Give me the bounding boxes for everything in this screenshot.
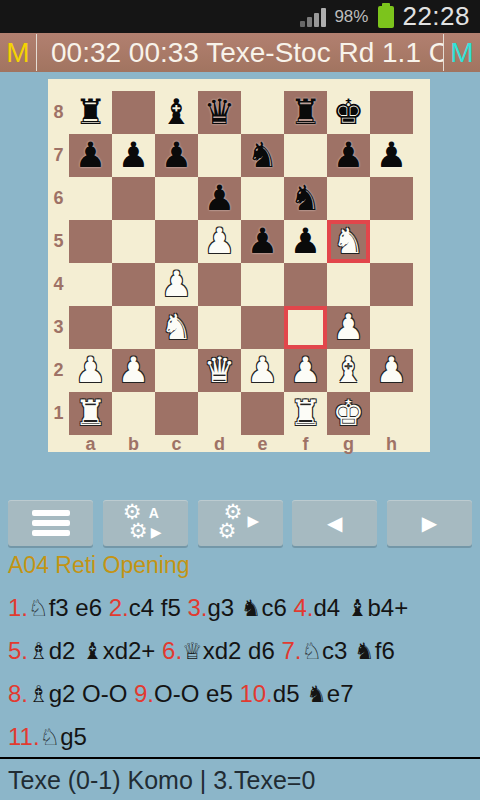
square-g5[interactable]: ♞ [327, 220, 370, 263]
square-b5[interactable] [112, 220, 155, 263]
piece-white-pawn: ♟ [333, 306, 364, 349]
piece-black-queen: ♛ [204, 91, 235, 134]
game-title-bar: 00:32 00:33 Texe-Stoc Rd 1.1 Cy [37, 37, 443, 69]
back-move-button[interactable]: ◀ [292, 500, 377, 546]
square-a2[interactable]: ♟ [69, 349, 112, 392]
square-d6[interactable]: ♟ [198, 177, 241, 220]
piece-white-pawn: ♟ [75, 349, 106, 392]
figurine-icon: ♝ [347, 595, 368, 621]
piece-black-knight: ♞ [290, 177, 321, 220]
menu-button[interactable] [8, 500, 93, 546]
square-d7[interactable] [198, 134, 241, 177]
forward-move-button[interactable]: ▶ [387, 500, 472, 546]
status-clock: 22:28 [402, 1, 470, 32]
square-d3[interactable] [198, 306, 241, 349]
board-grid: ♜♝♛♜♚♟♟♟♞♟♟♟♞♟♟♟♞♟♞♟♟♟♛♟♟♝♟♜♜♚ [69, 91, 413, 435]
rank-label-3: 3 [48, 306, 69, 349]
square-g1[interactable]: ♚ [327, 392, 370, 435]
piece-black-bishop: ♝ [161, 91, 192, 134]
square-b4[interactable] [112, 263, 155, 306]
piece-black-pawn: ♟ [376, 134, 407, 177]
piece-black-pawn: ♟ [75, 134, 106, 177]
square-e2[interactable]: ♟ [241, 349, 284, 392]
file-label-b: b [112, 435, 155, 453]
move[interactable]: ♘g5 [40, 723, 87, 750]
move-line: 5.♗d2 ♝xd2+ 6.♕xd2 d6 7.♘c3 ♞f6 [8, 629, 476, 672]
move-number: 6. [162, 637, 182, 664]
move[interactable]: ♝b4+ [347, 594, 408, 621]
piece-black-pawn: ♟ [247, 220, 278, 263]
play-icon: ▶ [151, 524, 162, 540]
square-a6[interactable] [69, 177, 112, 220]
move[interactable]: ♕xd2 [182, 637, 241, 664]
rank-label-1: 1 [48, 392, 69, 435]
move-line: 8.♗g2 O-O 9.O-O e5 10.d5 ♞e7 [8, 672, 476, 715]
square-f6[interactable]: ♞ [284, 177, 327, 220]
rank-label-5: 5 [48, 220, 69, 263]
signal-bars-icon [300, 7, 326, 27]
piece-black-pawn: ♟ [290, 220, 321, 263]
piece-white-knight: ♞ [161, 306, 192, 349]
figurine-icon: ♞ [306, 681, 327, 707]
square-b3[interactable] [112, 306, 155, 349]
rank-label-7: 7 [48, 134, 69, 177]
square-d1[interactable] [198, 392, 241, 435]
engine-status-line[interactable]: Texe (0-1) Komo | 3.Texe=0 [8, 762, 472, 798]
square-e5[interactable]: ♟ [241, 220, 284, 263]
file-label-f: f [284, 435, 327, 453]
piece-white-king: ♚ [333, 392, 364, 435]
figurine-icon: ♝ [82, 638, 103, 664]
battery-icon [378, 6, 394, 28]
status-bar: 98% 22:28 [0, 0, 480, 33]
file-labels: abcdefgh [69, 435, 430, 453]
menu-icon [32, 510, 70, 540]
piece-black-king: ♚ [333, 91, 364, 134]
gear-icon: ⚙ [129, 521, 148, 542]
square-g4[interactable] [327, 263, 370, 306]
move[interactable]: ♗d2 [28, 637, 75, 664]
move-number: 11. [8, 723, 40, 750]
move[interactable]: c4 [129, 594, 154, 621]
move[interactable]: O-O [82, 680, 127, 707]
chess-board: 87654321 ♜♝♛♜♚♟♟♟♞♟♟♟♞♟♟♟♞♟♞♟♟♟♛♟♟♝♟♜♜♚ … [48, 79, 430, 452]
move-line: 1.♘f3 e6 2.c4 f5 3.g3 ♞c6 4.d4 ♝b4+ [8, 586, 476, 629]
square-a5[interactable] [69, 220, 112, 263]
move[interactable]: f5 [161, 594, 181, 621]
square-c2[interactable] [155, 349, 198, 392]
move[interactable]: ♘f3 [28, 594, 69, 621]
piece-black-pawn: ♟ [333, 134, 364, 177]
move-number: 7. [281, 637, 301, 664]
piece-black-pawn: ♟ [204, 177, 235, 220]
toolbar: ⚙ A ⚙ ▶ ⚙ ▶ ⚙ ◀ ▶ [0, 500, 480, 546]
figurine-icon: ♘ [301, 638, 322, 664]
square-f7[interactable] [284, 134, 327, 177]
square-c4[interactable]: ♟ [155, 263, 198, 306]
file-label-h: h [370, 435, 413, 453]
square-g3[interactable]: ♟ [327, 306, 370, 349]
square-e3[interactable] [241, 306, 284, 349]
piece-white-rook: ♜ [290, 392, 321, 435]
square-b1[interactable] [112, 392, 155, 435]
file-label-c: c [155, 435, 198, 453]
piece-white-queen: ♛ [204, 349, 235, 392]
move[interactable]: e6 [75, 594, 102, 621]
square-a3[interactable] [69, 306, 112, 349]
move[interactable]: e5 [206, 680, 233, 707]
piece-white-knight: ♞ [333, 220, 364, 263]
piece-black-rook: ♜ [75, 91, 106, 134]
figurine-icon: ♞ [241, 595, 262, 621]
square-b7[interactable]: ♟ [112, 134, 155, 177]
figurine-icon: ♞ [354, 638, 375, 664]
figurine-icon: ♗ [28, 638, 49, 664]
square-d5[interactable]: ♟ [198, 220, 241, 263]
letter-a-icon: A [149, 505, 159, 521]
square-f2[interactable]: ♟ [284, 349, 327, 392]
square-f5[interactable]: ♟ [284, 220, 327, 263]
square-b8[interactable] [112, 91, 155, 134]
square-a1[interactable]: ♜ [69, 392, 112, 435]
file-label-d: d [198, 435, 241, 453]
piece-white-pawn: ♟ [204, 220, 235, 263]
move-number: 4. [293, 594, 313, 621]
square-e8[interactable] [241, 91, 284, 134]
back-icon: ◀ [292, 511, 377, 535]
move[interactable]: ♘c3 [301, 637, 347, 664]
move-number: 1. [8, 594, 28, 621]
move-list: 1.♘f3 e6 2.c4 f5 3.g3 ♞c6 4.d4 ♝b4+5.♗d2… [8, 586, 476, 758]
piece-white-pawn: ♟ [290, 349, 321, 392]
square-d2[interactable]: ♛ [198, 349, 241, 392]
square-f4[interactable] [284, 263, 327, 306]
square-b2[interactable]: ♟ [112, 349, 155, 392]
file-label-a: a [69, 435, 112, 453]
piece-white-pawn: ♟ [376, 349, 407, 392]
piece-white-pawn: ♟ [247, 349, 278, 392]
move-number: 9. [134, 680, 154, 707]
move[interactable]: ♗g2 [28, 680, 75, 707]
square-h1[interactable] [370, 392, 413, 435]
figurine-icon: ♘ [40, 724, 61, 750]
opening-name: A04 Reti Opening [8, 552, 190, 579]
square-g8[interactable]: ♚ [327, 91, 370, 134]
move-line: 11.♘g5 [8, 715, 476, 758]
square-f3[interactable] [284, 306, 327, 349]
file-label-g: g [327, 435, 370, 453]
move[interactable]: ♞e7 [306, 680, 353, 707]
move[interactable]: ♞c6 [241, 594, 287, 621]
move-number: 3. [187, 594, 207, 621]
move-number: 5. [8, 637, 28, 664]
right-menu-badge[interactable]: M [444, 33, 480, 72]
square-e6[interactable] [241, 177, 284, 220]
move[interactable]: ♞f6 [354, 637, 395, 664]
move[interactable]: d6 [248, 637, 275, 664]
square-c6[interactable] [155, 177, 198, 220]
square-e7[interactable]: ♞ [241, 134, 284, 177]
square-e4[interactable] [241, 263, 284, 306]
square-h5[interactable] [370, 220, 413, 263]
rank-label-8: 8 [48, 91, 69, 134]
piece-white-bishop: ♝ [333, 349, 364, 392]
square-h7[interactable]: ♟ [370, 134, 413, 177]
square-c1[interactable] [155, 392, 198, 435]
square-d4[interactable] [198, 263, 241, 306]
square-c5[interactable] [155, 220, 198, 263]
square-h2[interactable]: ♟ [370, 349, 413, 392]
square-c7[interactable]: ♟ [155, 134, 198, 177]
rank-label-4: 4 [48, 263, 69, 306]
square-c3[interactable]: ♞ [155, 306, 198, 349]
left-menu-badge[interactable]: M [0, 33, 36, 72]
rank-labels: 87654321 [48, 91, 69, 435]
forward-icon: ▶ [387, 511, 472, 535]
square-h3[interactable] [370, 306, 413, 349]
app-header: M 00:32 00:33 Texe-Stoc Rd 1.1 Cy M [0, 33, 480, 72]
move[interactable]: d4 [314, 594, 341, 621]
square-h8[interactable] [370, 91, 413, 134]
battery-percent: 98% [334, 7, 368, 27]
piece-white-rook: ♜ [75, 392, 106, 435]
piece-white-pawn: ♟ [118, 349, 149, 392]
square-g6[interactable] [327, 177, 370, 220]
gear-icon: ⚙ [218, 521, 237, 542]
move[interactable]: ♝xd2+ [82, 637, 155, 664]
square-f1[interactable]: ♜ [284, 392, 327, 435]
move[interactable]: g3 [207, 594, 234, 621]
square-h4[interactable] [370, 263, 413, 306]
figurine-icon: ♘ [28, 595, 49, 621]
move-number: 8. [8, 680, 28, 707]
square-d8[interactable]: ♛ [198, 91, 241, 134]
piece-black-pawn: ♟ [118, 134, 149, 177]
square-a4[interactable] [69, 263, 112, 306]
square-e1[interactable] [241, 392, 284, 435]
square-g7[interactable]: ♟ [327, 134, 370, 177]
figurine-icon: ♕ [182, 638, 203, 664]
square-c8[interactable]: ♝ [155, 91, 198, 134]
file-label-e: e [241, 435, 284, 453]
square-a7[interactable]: ♟ [69, 134, 112, 177]
piece-black-rook: ♜ [290, 91, 321, 134]
piece-black-knight: ♞ [247, 134, 278, 177]
move-number: 10. [239, 680, 272, 707]
square-g2[interactable]: ♝ [327, 349, 370, 392]
rank-label-6: 6 [48, 177, 69, 220]
square-a8[interactable]: ♜ [69, 91, 112, 134]
piece-black-pawn: ♟ [161, 134, 192, 177]
square-f8[interactable]: ♜ [284, 91, 327, 134]
rank-label-2: 2 [48, 349, 69, 392]
move[interactable]: O-O [154, 680, 199, 707]
play-icon: ▶ [248, 512, 260, 530]
move-number: 2. [109, 594, 129, 621]
move[interactable]: d5 [273, 680, 300, 707]
square-h6[interactable] [370, 177, 413, 220]
engine-analysis-button[interactable]: ⚙ A ⚙ ▶ [103, 500, 188, 546]
piece-white-pawn: ♟ [161, 263, 192, 306]
footer-divider [0, 757, 480, 759]
engine-play-button[interactable]: ⚙ ▶ ⚙ [198, 500, 283, 546]
figurine-icon: ♗ [28, 681, 49, 707]
square-b6[interactable] [112, 177, 155, 220]
